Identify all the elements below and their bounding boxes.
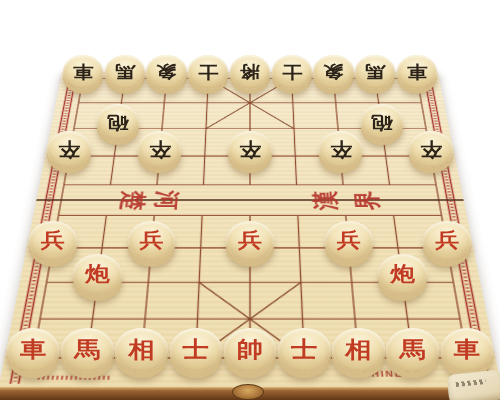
piece-red-soldier[interactable]: 兵 (128, 221, 176, 261)
rail-emblem-icon (232, 384, 264, 400)
piece-black-general[interactable]: 將 (230, 55, 270, 89)
piece-character: 炮 (85, 264, 110, 285)
piece-red-advisor[interactable]: 士 (278, 328, 331, 372)
piece-character: 士 (282, 63, 302, 80)
board-front-rail (0, 387, 500, 400)
piece-black-elephant[interactable]: 象 (313, 55, 353, 89)
piece-character: 兵 (435, 230, 459, 250)
piece-black-soldier[interactable]: 卒 (228, 131, 272, 168)
piece-red-elephant[interactable]: 相 (115, 328, 168, 372)
piece-red-elephant[interactable]: 相 (332, 328, 385, 372)
piece-character: 馬 (74, 339, 100, 361)
piece-red-advisor[interactable]: 士 (170, 328, 223, 372)
piece-black-advisor[interactable]: 士 (188, 55, 228, 89)
piece-character: 將 (240, 63, 260, 80)
piece-black-chariot[interactable]: 車 (63, 55, 103, 89)
piece-black-soldier[interactable]: 卒 (47, 131, 91, 168)
piece-red-soldier[interactable]: 兵 (423, 221, 471, 261)
piece-red-soldier[interactable]: 兵 (29, 221, 77, 261)
piece-character: 砲 (107, 113, 128, 131)
piece-character: 炮 (390, 264, 415, 285)
piece-red-cannon[interactable]: 炮 (73, 254, 122, 295)
piece-character: 卒 (330, 140, 352, 159)
piece-red-cannon[interactable]: 炮 (378, 254, 427, 295)
piece-black-soldier[interactable]: 卒 (319, 131, 363, 168)
piece-character: 象 (323, 63, 343, 80)
piece-character: 車 (73, 63, 93, 80)
piece-character: 砲 (371, 113, 392, 131)
piece-black-cannon[interactable]: 砲 (97, 104, 140, 140)
piece-red-chariot[interactable]: 車 (7, 328, 60, 372)
piece-character: 兵 (139, 230, 163, 250)
piece-character: 卒 (420, 140, 442, 159)
background-object (447, 369, 500, 400)
background-object-print (455, 379, 485, 387)
piece-black-soldier[interactable]: 卒 (138, 131, 182, 168)
piece-red-general[interactable]: 帥 (224, 328, 277, 372)
piece-character: 象 (156, 63, 176, 80)
pieces-layer: 車馬象士將士象馬車砲砲卒卒卒卒卒兵兵兵兵兵炮炮車馬相士帥士相馬車 (0, 0, 500, 400)
piece-character: 車 (454, 339, 480, 361)
piece-red-chariot[interactable]: 車 (441, 328, 494, 372)
piece-red-soldier[interactable]: 兵 (325, 221, 373, 261)
piece-black-horse[interactable]: 馬 (105, 55, 145, 89)
piece-character: 帥 (237, 339, 263, 361)
piece-red-horse[interactable]: 馬 (61, 328, 114, 372)
piece-character: 兵 (238, 230, 262, 250)
piece-black-elephant[interactable]: 象 (146, 55, 186, 89)
piece-character: 士 (291, 339, 317, 361)
xiangqi-photo-scene: 楚 河 漢 界 CHINESE 車馬象士將士象馬車砲砲卒卒卒卒卒兵兵兵兵兵炮炮車… (0, 0, 500, 400)
piece-character: 馬 (365, 63, 385, 80)
piece-character: 車 (20, 339, 46, 361)
piece-character: 卒 (239, 140, 261, 159)
piece-black-advisor[interactable]: 士 (272, 55, 312, 89)
piece-black-chariot[interactable]: 車 (397, 55, 437, 89)
piece-character: 馬 (399, 339, 425, 361)
piece-character: 兵 (337, 230, 361, 250)
piece-character: 相 (128, 339, 154, 361)
piece-black-cannon[interactable]: 砲 (361, 104, 404, 140)
piece-character: 卒 (58, 140, 80, 159)
piece-black-soldier[interactable]: 卒 (409, 131, 453, 168)
piece-character: 卒 (149, 140, 171, 159)
piece-character: 兵 (41, 230, 65, 250)
piece-red-horse[interactable]: 馬 (386, 328, 439, 372)
piece-character: 車 (407, 63, 427, 80)
piece-red-soldier[interactable]: 兵 (226, 221, 274, 261)
piece-character: 士 (198, 63, 218, 80)
piece-character: 相 (345, 339, 371, 361)
piece-black-horse[interactable]: 馬 (355, 55, 395, 89)
piece-character: 士 (183, 339, 209, 361)
piece-character: 馬 (115, 63, 135, 80)
